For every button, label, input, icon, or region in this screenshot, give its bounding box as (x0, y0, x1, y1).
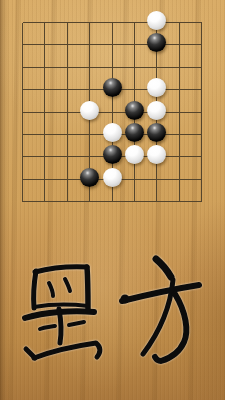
game-screen (0, 0, 225, 400)
stone-black (80, 168, 99, 187)
gomoku-board[interactable] (22, 22, 202, 202)
calligraphy-black-side (0, 240, 225, 380)
stone-white (103, 168, 122, 187)
stone-black (125, 123, 144, 142)
player-side-banner (0, 240, 225, 380)
stone-white (80, 101, 99, 120)
stone-black (103, 78, 122, 97)
stone-black (147, 123, 166, 142)
stone-black (103, 145, 122, 164)
stone-white (103, 123, 122, 142)
char-fang (121, 259, 200, 361)
stone-white (147, 101, 166, 120)
stone-black (125, 101, 144, 120)
char-hei (25, 267, 100, 358)
stone-white (125, 145, 144, 164)
